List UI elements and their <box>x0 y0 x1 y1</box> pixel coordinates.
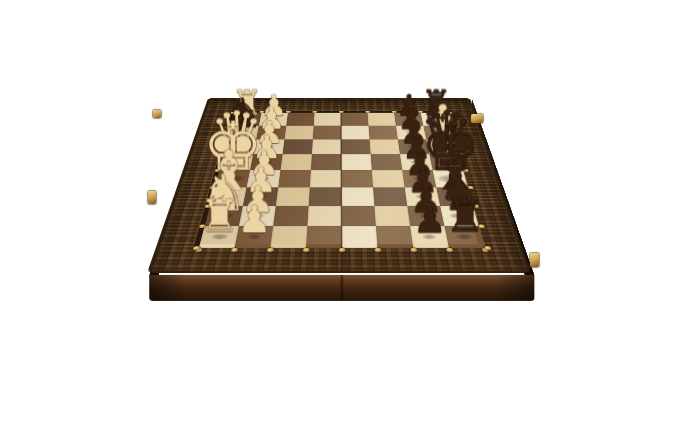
brass-medallion <box>458 153 464 156</box>
brass-medallion <box>374 248 381 252</box>
brass-medallion <box>339 111 344 113</box>
brass-medallion <box>267 248 274 252</box>
brass-medallion <box>339 248 345 252</box>
brass-medallion <box>227 124 233 126</box>
brass-medallion <box>446 248 453 252</box>
brass-medallion <box>192 246 200 250</box>
black-rook-glyph: ♜ <box>429 193 501 238</box>
brass-medallion <box>410 248 417 252</box>
pieces-layer: ♜♞♝♛♚♝♞♜♟♟♟♟♟♟♟♟♟♟♟♟♟♟♟♟♜♞♝♛♚♝♞♜ <box>151 99 528 271</box>
white-pawn-glyph: ♟ <box>218 201 290 239</box>
brass-medallion <box>472 204 479 207</box>
brass-medallion <box>467 186 474 189</box>
brass-medallion <box>478 224 485 228</box>
brass-medallion <box>259 111 264 113</box>
brass-medallion <box>450 124 456 126</box>
brass-medallion <box>214 169 220 172</box>
board-scene: ♜♞♝♛♚♝♞♜♟♟♟♟♟♟♟♟♟♟♟♟♟♟♟♟♜♞♝♛♚♝♞♜ <box>0 0 680 425</box>
box-front-seam <box>341 275 343 301</box>
brass-medallion <box>312 111 317 113</box>
box-front-edge <box>149 275 534 301</box>
brass-medallion <box>462 169 468 172</box>
brass-medallion <box>418 111 423 113</box>
chess-board: ♜♞♝♛♚♝♞♜♟♟♟♟♟♟♟♟♟♟♟♟♟♟♟♟♜♞♝♛♚♝♞♜ <box>147 98 531 273</box>
brass-medallion <box>219 153 225 156</box>
brass-medallion <box>223 138 229 141</box>
brass-medallion <box>303 248 310 252</box>
brass-medallion <box>444 111 449 113</box>
brass-medallion <box>286 111 291 113</box>
brass-medallion <box>209 186 216 189</box>
brass-medallion <box>391 111 396 113</box>
brass-medallion <box>198 224 205 228</box>
brass-medallion <box>365 111 370 113</box>
brass-medallion <box>204 204 211 207</box>
brass-medallion <box>230 112 235 114</box>
product-photo: ♜♞♝♛♚♝♞♜♟♟♟♟♟♟♟♟♟♟♟♟♟♟♟♟♜♞♝♛♚♝♞♜ <box>0 0 680 425</box>
brass-medallion <box>231 248 238 252</box>
brass-medallion <box>484 246 492 250</box>
brass-medallion <box>454 138 460 141</box>
